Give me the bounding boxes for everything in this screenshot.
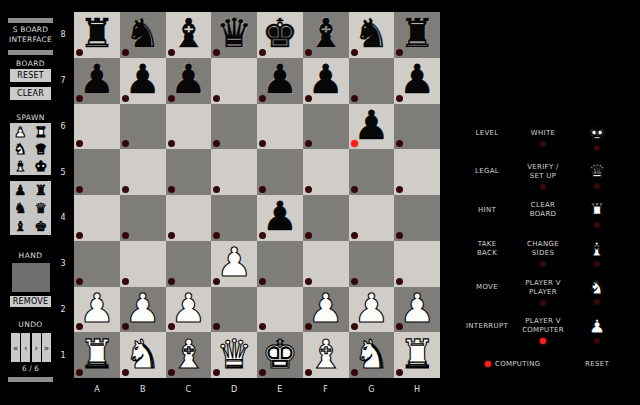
undo-section-label: UNDO bbox=[8, 320, 53, 329]
piece-white-pawn: ♟ bbox=[79, 288, 115, 328]
right-label-level: LEVEL bbox=[455, 114, 519, 153]
square-c6[interactable] bbox=[166, 104, 212, 150]
undo-start-button[interactable]: « bbox=[11, 333, 20, 362]
right-label-move: MOVE bbox=[455, 268, 519, 307]
sensor-dot-e3 bbox=[259, 278, 266, 285]
square-e7[interactable]: ♟ bbox=[257, 58, 303, 104]
square-h1[interactable]: ♜ bbox=[394, 332, 440, 378]
file-label-h: H bbox=[394, 381, 440, 397]
computing-label: COMPUTING bbox=[495, 360, 540, 368]
sensor-dot-e6 bbox=[259, 140, 266, 147]
right-panel-bottom: COMPUTING RESET bbox=[455, 355, 640, 373]
square-c5[interactable] bbox=[166, 149, 212, 195]
sensor-dot-f4 bbox=[305, 232, 312, 239]
square-c3[interactable] bbox=[166, 241, 212, 287]
right-option-verify-set-up: VERIFY /SET UP bbox=[519, 153, 567, 192]
white-queen-icon: ♛ bbox=[34, 142, 47, 156]
piece-white-pawn: ♟ bbox=[170, 288, 206, 328]
spawn-white-rook-button[interactable]: ♜ bbox=[31, 123, 52, 140]
square-h5[interactable] bbox=[394, 149, 440, 195]
square-b7[interactable]: ♟ bbox=[120, 58, 166, 104]
square-h2[interactable]: ♟ bbox=[394, 287, 440, 333]
piece-black-rook: ♜ bbox=[79, 13, 115, 53]
square-b2[interactable]: ♟ bbox=[120, 287, 166, 333]
black-knight-icon: ♞ bbox=[14, 201, 27, 215]
black-bishop-icon: ♝ bbox=[14, 219, 27, 233]
sensor-dot-f8 bbox=[305, 49, 312, 56]
spawn-white-knight-button[interactable]: ♞ bbox=[10, 140, 31, 157]
black-king-icon: ♚ bbox=[34, 219, 47, 233]
piece-black-pawn: ♟ bbox=[308, 59, 344, 99]
square-c4[interactable] bbox=[166, 195, 212, 241]
piece-black-pawn: ♟ bbox=[125, 59, 161, 99]
right-panel: LEVELWHITE♚LEGALVERIFY /SET UP♛HINTCLEAR… bbox=[455, 114, 640, 346]
square-d3[interactable]: ♟ bbox=[211, 241, 257, 287]
right-row-interrupt: INTERRUPTPLAYER VCOMPUTER♟ bbox=[455, 307, 640, 346]
sensor-dot-e8 bbox=[259, 49, 266, 56]
white-bishop-icon: ♝ bbox=[588, 240, 605, 259]
square-a6[interactable] bbox=[74, 104, 120, 150]
sensor-dot-a8 bbox=[76, 49, 83, 56]
file-label-d: D bbox=[211, 381, 257, 397]
square-d4[interactable] bbox=[211, 195, 257, 241]
white-pawn-icon: ♟ bbox=[588, 317, 605, 336]
sensor-dot-b4 bbox=[122, 232, 129, 239]
square-b8[interactable]: ♞ bbox=[120, 12, 166, 58]
right-row-level: LEVELWHITE♚ bbox=[455, 114, 640, 153]
square-e5[interactable] bbox=[257, 149, 303, 195]
led-player-v-computer bbox=[540, 338, 546, 344]
square-f4[interactable] bbox=[303, 195, 349, 241]
spawn-section-label: SPAWN bbox=[8, 113, 53, 122]
led-white bbox=[540, 141, 546, 147]
undo-back-button[interactable]: ‹ bbox=[21, 333, 30, 362]
right-option-player-v-computer: PLAYER VCOMPUTER bbox=[519, 307, 567, 346]
sensor-dot-h5 bbox=[396, 186, 403, 193]
sensor-dot-d5 bbox=[213, 186, 220, 193]
sensor-dot-a5 bbox=[76, 186, 83, 193]
sensor-dot-c4 bbox=[168, 232, 175, 239]
sensor-dot-active-g6 bbox=[351, 140, 358, 147]
piece-black-pawn: ♟ bbox=[79, 59, 115, 99]
sensor-dot-h7 bbox=[396, 95, 403, 102]
right-option-white: WHITE bbox=[519, 114, 567, 153]
undo-counter: 6 / 6 bbox=[8, 364, 53, 373]
square-d6[interactable] bbox=[211, 104, 257, 150]
panel-title-line1: S BOARD bbox=[5, 25, 56, 35]
square-f5[interactable] bbox=[303, 149, 349, 195]
spawn-black-pawn-button[interactable]: ♟ bbox=[10, 181, 31, 199]
square-h6[interactable] bbox=[394, 104, 440, 150]
square-a3[interactable] bbox=[74, 241, 120, 287]
sensor-dot-c6 bbox=[168, 140, 175, 147]
piece-black-pawn: ♟ bbox=[170, 59, 206, 99]
rank-label-7: 7 bbox=[56, 58, 70, 104]
sensor-dot-c8 bbox=[168, 49, 175, 56]
black-rook-icon: ♜ bbox=[34, 183, 47, 197]
piece-button-knight[interactable]: ♞ bbox=[567, 268, 627, 307]
square-h7[interactable]: ♟ bbox=[394, 58, 440, 104]
sensor-dot-f5 bbox=[305, 186, 312, 193]
right-option-player-v-player: PLAYER VPLAYER bbox=[519, 268, 567, 307]
right-row-move: MOVEPLAYER VPLAYER♞ bbox=[455, 268, 640, 307]
square-d7[interactable] bbox=[211, 58, 257, 104]
white-pawn-icon: ♟ bbox=[14, 125, 27, 139]
sensor-dot-b3 bbox=[122, 278, 129, 285]
right-label-take-back: TAKEBACK bbox=[455, 230, 519, 269]
undo-end-button[interactable]: » bbox=[42, 333, 51, 362]
piece-black-knight: ♞ bbox=[353, 13, 389, 53]
square-e3[interactable] bbox=[257, 241, 303, 287]
sensor-dot-e1 bbox=[259, 369, 266, 376]
undo-buttons-row: «‹›» bbox=[11, 333, 51, 362]
right-row-hint: HINTCLEARBOARD♜ bbox=[455, 191, 640, 230]
white-bishop-icon: ♝ bbox=[14, 159, 27, 173]
square-h3[interactable] bbox=[394, 241, 440, 287]
led-player-v-player bbox=[540, 300, 546, 306]
white-knight-icon: ♞ bbox=[588, 278, 605, 297]
sensor-dot-e5 bbox=[259, 186, 266, 193]
sensor-dot-d4 bbox=[213, 232, 220, 239]
file-label-b: B bbox=[120, 381, 166, 397]
spawn-white-pieces-tray: ♟♜♞♛♝♚ bbox=[10, 123, 51, 175]
board-reset-button[interactable]: RESET bbox=[10, 69, 51, 82]
sensor-dot-a3 bbox=[76, 278, 83, 285]
piece-white-queen: ♛ bbox=[216, 334, 252, 374]
square-b4[interactable] bbox=[120, 195, 166, 241]
square-a5[interactable] bbox=[74, 149, 120, 195]
square-d2[interactable] bbox=[211, 287, 257, 333]
square-g3[interactable] bbox=[349, 241, 395, 287]
piece-black-knight: ♞ bbox=[125, 13, 161, 53]
square-d8[interactable]: ♛ bbox=[211, 12, 257, 58]
divider-bar-title bbox=[8, 50, 53, 55]
piece-button-queen[interactable]: ♛ bbox=[567, 153, 627, 192]
piece-white-pawn: ♟ bbox=[353, 288, 389, 328]
file-label-f: F bbox=[303, 381, 349, 397]
sensor-dot-d2 bbox=[213, 323, 220, 330]
divider-bar-top bbox=[8, 18, 53, 23]
square-g4[interactable] bbox=[349, 195, 395, 241]
sensor-dot-f6 bbox=[305, 140, 312, 147]
square-e1[interactable]: ♚ bbox=[257, 332, 303, 378]
piece-led-bishop bbox=[594, 261, 600, 267]
sensor-dot-g1 bbox=[351, 369, 358, 376]
piece-black-bishop: ♝ bbox=[308, 13, 344, 53]
square-d5[interactable] bbox=[211, 149, 257, 195]
file-labels-row: ABCDEFGH bbox=[74, 381, 440, 397]
led-verify-set-up bbox=[540, 184, 546, 190]
sensor-dot-a6 bbox=[76, 140, 83, 147]
spawn-white-king-button[interactable]: ♚ bbox=[31, 158, 52, 175]
square-c1[interactable]: ♝ bbox=[166, 332, 212, 378]
spawn-black-pieces-tray: ♟♜♞♛♝♚ bbox=[10, 181, 51, 235]
sensor-dot-f2 bbox=[305, 323, 312, 330]
square-c2[interactable]: ♟ bbox=[166, 287, 212, 333]
piece-white-bishop: ♝ bbox=[170, 334, 206, 374]
piece-led-queen bbox=[594, 183, 600, 189]
square-e2[interactable] bbox=[257, 287, 303, 333]
square-e4[interactable]: ♟ bbox=[257, 195, 303, 241]
square-a7[interactable]: ♟ bbox=[74, 58, 120, 104]
square-f2[interactable]: ♟ bbox=[303, 287, 349, 333]
square-b6[interactable] bbox=[120, 104, 166, 150]
sensor-dot-d8 bbox=[213, 49, 220, 56]
piece-button-bishop[interactable]: ♝ bbox=[567, 230, 627, 269]
right-row-legal: LEGALVERIFY /SET UP♛ bbox=[455, 153, 640, 192]
sensor-dot-c7 bbox=[168, 95, 175, 102]
spawn-black-rook-button[interactable]: ♜ bbox=[31, 181, 52, 199]
piece-led-rook bbox=[594, 222, 600, 228]
square-g8[interactable]: ♞ bbox=[349, 12, 395, 58]
file-label-c: C bbox=[166, 381, 212, 397]
square-b1[interactable]: ♞ bbox=[120, 332, 166, 378]
square-e8[interactable]: ♚ bbox=[257, 12, 303, 58]
spawn-white-pawn-button[interactable]: ♟ bbox=[10, 123, 31, 140]
square-f6[interactable] bbox=[303, 104, 349, 150]
sensor-dot-e2 bbox=[259, 323, 266, 330]
sensor-dot-b5 bbox=[122, 186, 129, 193]
sensor-dot-b8 bbox=[122, 49, 129, 56]
file-label-a: A bbox=[74, 381, 120, 397]
white-rook-icon: ♜ bbox=[34, 125, 47, 139]
piece-white-knight: ♞ bbox=[125, 334, 161, 374]
square-g5[interactable] bbox=[349, 149, 395, 195]
square-f7[interactable]: ♟ bbox=[303, 58, 349, 104]
chess-board: ♜♞♝♛♚♝♞♜♟♟♟♟♟♟♟♟♟♟♟♟♟♟♟♜♞♝♛♚♝♞♜ bbox=[74, 12, 440, 378]
sensor-dot-g4 bbox=[351, 232, 358, 239]
piece-black-bishop: ♝ bbox=[170, 13, 206, 53]
square-f1[interactable]: ♝ bbox=[303, 332, 349, 378]
divider-bar-bottom bbox=[8, 377, 53, 382]
rank-label-8: 8 bbox=[56, 12, 70, 58]
sensor-dot-a7 bbox=[76, 95, 83, 102]
square-f8[interactable]: ♝ bbox=[303, 12, 349, 58]
spawn-black-knight-button[interactable]: ♞ bbox=[10, 199, 31, 217]
square-h4[interactable] bbox=[394, 195, 440, 241]
sensor-dot-e7 bbox=[259, 95, 266, 102]
sensor-dot-c2 bbox=[168, 323, 175, 330]
piece-black-pawn: ♟ bbox=[353, 105, 389, 145]
piece-black-pawn: ♟ bbox=[262, 59, 298, 99]
sensor-dot-b7 bbox=[122, 95, 129, 102]
piece-black-king: ♚ bbox=[262, 13, 298, 53]
piece-white-king: ♚ bbox=[262, 334, 298, 374]
square-g2[interactable]: ♟ bbox=[349, 287, 395, 333]
hand-slot[interactable] bbox=[12, 263, 50, 292]
sensor-dot-h8 bbox=[396, 49, 403, 56]
square-h8[interactable]: ♜ bbox=[394, 12, 440, 58]
square-g1[interactable]: ♞ bbox=[349, 332, 395, 378]
piece-led-pawn bbox=[594, 338, 600, 344]
s-board-interface-screen: S BOARD INTERFACE BOARD RESET CLEAR SPAW… bbox=[0, 0, 640, 405]
square-a2[interactable]: ♟ bbox=[74, 287, 120, 333]
square-c7[interactable]: ♟ bbox=[166, 58, 212, 104]
rank-label-6: 6 bbox=[56, 104, 70, 150]
sensor-dot-b1 bbox=[122, 369, 129, 376]
square-c8[interactable]: ♝ bbox=[166, 12, 212, 58]
piece-led-king bbox=[594, 145, 600, 151]
sensor-dot-f7 bbox=[305, 95, 312, 102]
piece-black-rook: ♜ bbox=[399, 13, 435, 53]
sensor-dot-c5 bbox=[168, 186, 175, 193]
piece-button-king[interactable]: ♚ bbox=[567, 114, 627, 153]
rank-label-4: 4 bbox=[56, 195, 70, 241]
piece-black-pawn: ♟ bbox=[262, 196, 298, 236]
sensor-dot-b2 bbox=[122, 323, 129, 330]
sensor-dot-a1 bbox=[76, 369, 83, 376]
sensor-dot-c3 bbox=[168, 278, 175, 285]
rank-label-5: 5 bbox=[56, 149, 70, 195]
left-panel: S BOARD INTERFACE BOARD RESET CLEAR SPAW… bbox=[8, 0, 53, 405]
square-b5[interactable] bbox=[120, 149, 166, 195]
piece-black-pawn: ♟ bbox=[399, 59, 435, 99]
sensor-dot-a4 bbox=[76, 232, 83, 239]
rank-labels-column: 87654321 bbox=[56, 12, 70, 378]
sensor-dot-h3 bbox=[396, 278, 403, 285]
sensor-dot-f3 bbox=[305, 278, 312, 285]
computing-indicator: COMPUTING bbox=[485, 355, 540, 373]
spawn-black-bishop-button[interactable]: ♝ bbox=[10, 217, 31, 235]
piece-white-pawn: ♟ bbox=[216, 242, 252, 282]
piece-button-rook[interactable]: ♜ bbox=[567, 191, 627, 230]
sensor-dot-g7 bbox=[351, 95, 358, 102]
piece-led-knight bbox=[594, 299, 600, 305]
spawn-white-queen-button[interactable]: ♛ bbox=[31, 140, 52, 157]
white-king-icon: ♚ bbox=[588, 124, 605, 143]
sensor-dot-h6 bbox=[396, 140, 403, 147]
sensor-dot-d7 bbox=[213, 95, 220, 102]
undo-forward-button[interactable]: › bbox=[32, 333, 41, 362]
white-king-icon: ♚ bbox=[34, 159, 47, 173]
sensor-dot-c1 bbox=[168, 369, 175, 376]
spawn-black-king-button[interactable]: ♚ bbox=[31, 217, 52, 235]
remove-button[interactable]: REMOVE bbox=[10, 296, 51, 307]
right-label-legal: LEGAL bbox=[455, 153, 519, 192]
black-pawn-icon: ♟ bbox=[14, 183, 27, 197]
right-row-take-back: TAKEBACKCHANGESIDES♝ bbox=[455, 230, 640, 269]
square-g6[interactable]: ♟ bbox=[349, 104, 395, 150]
white-knight-icon: ♞ bbox=[14, 142, 27, 156]
white-rook-icon: ♜ bbox=[588, 201, 605, 220]
black-queen-icon: ♛ bbox=[34, 201, 47, 215]
panel-title-line2: INTERFACE bbox=[5, 35, 56, 45]
white-queen-icon: ♛ bbox=[588, 162, 605, 181]
piece-black-queen: ♛ bbox=[216, 13, 252, 53]
sensor-dot-b6 bbox=[122, 140, 129, 147]
file-label-g: G bbox=[349, 381, 395, 397]
piece-white-pawn: ♟ bbox=[308, 288, 344, 328]
hand-section-label: HAND bbox=[8, 251, 53, 260]
sensor-dot-h4 bbox=[396, 232, 403, 239]
square-e6[interactable] bbox=[257, 104, 303, 150]
piece-white-rook: ♜ bbox=[399, 334, 435, 374]
piece-white-knight: ♞ bbox=[353, 334, 389, 374]
sensor-dot-e4 bbox=[259, 232, 266, 239]
right-label-interrupt: INTERRUPT bbox=[455, 307, 519, 346]
spawn-black-queen-button[interactable]: ♛ bbox=[31, 199, 52, 217]
board-clear-button[interactable]: CLEAR bbox=[10, 87, 51, 100]
square-a1[interactable]: ♜ bbox=[74, 332, 120, 378]
sensor-dot-g3 bbox=[351, 278, 358, 285]
file-label-e: E bbox=[257, 381, 303, 397]
rank-label-3: 3 bbox=[56, 241, 70, 287]
square-f3[interactable] bbox=[303, 241, 349, 287]
right-option-clear-board: CLEARBOARD bbox=[519, 191, 567, 230]
square-a4[interactable] bbox=[74, 195, 120, 241]
piece-button-pawn[interactable]: ♟ bbox=[567, 307, 627, 346]
rank-label-2: 2 bbox=[56, 287, 70, 333]
sensor-dot-f1 bbox=[305, 369, 312, 376]
sensor-dot-g5 bbox=[351, 186, 358, 193]
sensor-dot-g8 bbox=[351, 49, 358, 56]
piece-white-pawn: ♟ bbox=[125, 288, 161, 328]
piece-white-bishop: ♝ bbox=[308, 334, 344, 374]
sensor-dot-d6 bbox=[213, 140, 220, 147]
sensor-dot-g2 bbox=[351, 323, 358, 330]
panel-title: S BOARD INTERFACE bbox=[5, 25, 56, 44]
led-change-sides bbox=[540, 261, 546, 267]
square-d1[interactable]: ♛ bbox=[211, 332, 257, 378]
right-option-change-sides: CHANGESIDES bbox=[519, 230, 567, 269]
square-g7[interactable] bbox=[349, 58, 395, 104]
machine-reset-button[interactable]: RESET bbox=[585, 355, 609, 373]
square-a8[interactable]: ♜ bbox=[74, 12, 120, 58]
square-b3[interactable] bbox=[120, 241, 166, 287]
computing-led bbox=[485, 361, 491, 367]
rank-label-1: 1 bbox=[56, 332, 70, 378]
board-section-label: BOARD bbox=[8, 59, 53, 68]
piece-white-pawn: ♟ bbox=[399, 288, 435, 328]
piece-white-rook: ♜ bbox=[79, 334, 115, 374]
right-label-hint: HINT bbox=[455, 191, 519, 230]
sensor-dot-d3 bbox=[213, 278, 220, 285]
spawn-white-bishop-button[interactable]: ♝ bbox=[10, 158, 31, 175]
